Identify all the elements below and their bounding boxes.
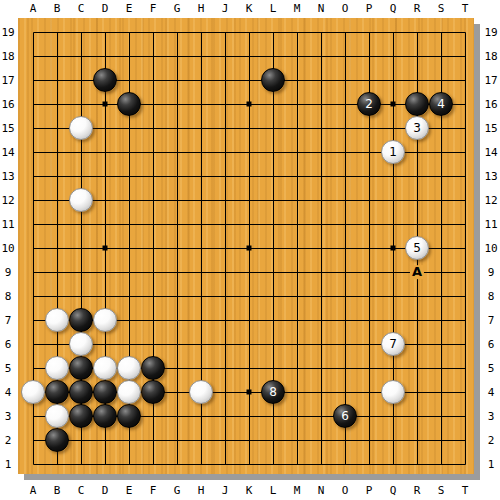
black-stone-O3[interactable]: 6	[333, 404, 357, 428]
white-stone-Q14[interactable]: 1	[381, 140, 405, 164]
star-point-K4	[247, 390, 252, 395]
column-label-top-G: G	[174, 3, 181, 14]
black-stone-D3[interactable]	[93, 404, 117, 428]
column-label-bottom-N: N	[318, 485, 325, 496]
move-number-label: 2	[365, 98, 373, 110]
black-stone-L4[interactable]: 8	[261, 380, 285, 404]
column-label-bottom-B: B	[54, 485, 61, 496]
column-label-bottom-T: T	[462, 485, 469, 496]
column-label-bottom-K: K	[246, 485, 253, 496]
row-label-left-10: 10	[1, 243, 14, 254]
move-number-label: 1	[389, 146, 397, 158]
black-stone-E16[interactable]	[117, 92, 141, 116]
white-stone-C15[interactable]	[69, 116, 93, 140]
column-label-top-R: R	[414, 3, 421, 14]
column-label-bottom-J: J	[222, 485, 229, 496]
white-stone-D5[interactable]	[93, 356, 117, 380]
row-label-left-19: 19	[1, 27, 14, 38]
star-point-Q10	[391, 246, 396, 251]
white-stone-E5[interactable]	[117, 356, 141, 380]
row-label-right-4: 4	[488, 387, 495, 398]
black-stone-F4[interactable]	[141, 380, 165, 404]
column-label-top-O: O	[342, 3, 349, 14]
go-board-app: ABCDEFGHJKLMNOPQRST ABCDEFGHJKLMNOPQRST …	[0, 0, 500, 500]
column-label-top-J: J	[222, 3, 229, 14]
column-label-bottom-O: O	[342, 485, 349, 496]
row-label-right-10: 10	[484, 243, 497, 254]
black-stone-C3[interactable]	[69, 404, 93, 428]
row-label-left-8: 8	[5, 291, 12, 302]
black-stone-C5[interactable]	[69, 356, 93, 380]
white-stone-A4[interactable]	[21, 380, 45, 404]
row-label-right-18: 18	[484, 51, 497, 62]
board-surface[interactable]: 24861357A	[18, 18, 474, 474]
row-label-left-14: 14	[1, 147, 14, 158]
column-label-top-Q: Q	[390, 3, 397, 14]
row-label-right-7: 7	[488, 315, 495, 326]
column-label-bottom-G: G	[174, 485, 181, 496]
white-stone-B5[interactable]	[45, 356, 69, 380]
row-label-right-15: 15	[484, 123, 497, 134]
row-label-left-1: 1	[5, 459, 12, 470]
row-label-left-5: 5	[5, 363, 12, 374]
row-label-left-18: 18	[1, 51, 14, 62]
star-point-Q16	[391, 102, 396, 107]
move-number-label: 6	[341, 410, 349, 422]
black-stone-D17[interactable]	[93, 68, 117, 92]
row-label-left-17: 17	[1, 75, 14, 86]
black-stone-D4[interactable]	[93, 380, 117, 404]
white-stone-D7[interactable]	[93, 308, 117, 332]
column-label-bottom-Q: Q	[390, 485, 397, 496]
row-label-right-19: 19	[484, 27, 497, 38]
black-stone-E3[interactable]	[117, 404, 141, 428]
column-label-top-K: K	[246, 3, 253, 14]
column-label-bottom-P: P	[366, 485, 373, 496]
black-stone-S16[interactable]: 4	[429, 92, 453, 116]
column-label-bottom-F: F	[150, 485, 157, 496]
black-stone-P16[interactable]: 2	[357, 92, 381, 116]
star-point-D16	[103, 102, 108, 107]
white-stone-B3[interactable]	[45, 404, 69, 428]
row-label-left-6: 6	[5, 339, 12, 350]
column-label-bottom-H: H	[198, 485, 205, 496]
white-stone-R10[interactable]: 5	[405, 236, 429, 260]
column-label-bottom-D: D	[102, 485, 109, 496]
black-stone-R16[interactable]	[405, 92, 429, 116]
column-label-top-D: D	[102, 3, 109, 14]
column-label-top-B: B	[54, 3, 61, 14]
white-stone-H4[interactable]	[189, 380, 213, 404]
row-label-right-1: 1	[488, 459, 495, 470]
column-label-bottom-M: M	[294, 485, 301, 496]
black-stone-L17[interactable]	[261, 68, 285, 92]
column-label-bottom-A: A	[30, 485, 37, 496]
row-label-left-7: 7	[5, 315, 12, 326]
white-stone-E4[interactable]	[117, 380, 141, 404]
row-label-right-13: 13	[484, 171, 497, 182]
column-label-top-F: F	[150, 3, 157, 14]
row-label-right-6: 6	[488, 339, 495, 350]
row-label-left-3: 3	[5, 411, 12, 422]
row-label-right-8: 8	[488, 291, 495, 302]
star-point-K16	[247, 102, 252, 107]
row-label-left-13: 13	[1, 171, 14, 182]
column-label-top-C: C	[78, 3, 85, 14]
row-label-left-16: 16	[1, 99, 14, 110]
black-stone-F5[interactable]	[141, 356, 165, 380]
row-label-right-16: 16	[484, 99, 497, 110]
move-number-label: 8	[269, 386, 277, 398]
row-label-left-15: 15	[1, 123, 14, 134]
row-label-right-3: 3	[488, 411, 495, 422]
move-number-label: 4	[437, 98, 445, 110]
black-stone-C7[interactable]	[69, 308, 93, 332]
column-label-top-T: T	[462, 3, 469, 14]
row-label-right-11: 11	[484, 219, 497, 230]
black-stone-B4[interactable]	[45, 380, 69, 404]
column-label-top-E: E	[126, 3, 133, 14]
row-label-left-12: 12	[1, 195, 14, 206]
row-label-left-2: 2	[5, 435, 12, 446]
white-stone-Q4[interactable]	[381, 380, 405, 404]
column-label-top-L: L	[270, 3, 277, 14]
row-label-left-9: 9	[5, 267, 12, 278]
star-point-D10	[103, 246, 108, 251]
column-label-bottom-S: S	[438, 485, 445, 496]
white-stone-R15[interactable]: 3	[405, 116, 429, 140]
row-label-right-5: 5	[488, 363, 495, 374]
row-label-right-2: 2	[488, 435, 495, 446]
white-stone-C12[interactable]	[69, 188, 93, 212]
column-label-top-A: A	[30, 3, 37, 14]
column-label-bottom-C: C	[78, 485, 85, 496]
row-label-left-11: 11	[1, 219, 14, 230]
column-label-bottom-L: L	[270, 485, 277, 496]
column-label-top-N: N	[318, 3, 325, 14]
move-number-label: 3	[413, 122, 421, 134]
white-stone-B7[interactable]	[45, 308, 69, 332]
row-label-right-17: 17	[484, 75, 497, 86]
column-label-bottom-R: R	[414, 485, 421, 496]
row-label-right-9: 9	[488, 267, 495, 278]
black-stone-B2[interactable]	[45, 428, 69, 452]
white-stone-C6[interactable]	[69, 332, 93, 356]
column-label-top-S: S	[438, 3, 445, 14]
annotation-A-R9[interactable]: A	[410, 265, 424, 279]
row-label-right-14: 14	[484, 147, 497, 158]
row-label-left-4: 4	[5, 387, 12, 398]
column-label-top-H: H	[198, 3, 205, 14]
move-number-label: 7	[389, 338, 397, 350]
column-label-top-M: M	[294, 3, 301, 14]
column-label-top-P: P	[366, 3, 373, 14]
row-label-right-12: 12	[484, 195, 497, 206]
white-stone-Q6[interactable]: 7	[381, 332, 405, 356]
black-stone-C4[interactable]	[69, 380, 93, 404]
star-point-K10	[247, 246, 252, 251]
move-number-label: 5	[413, 242, 421, 254]
column-label-bottom-E: E	[126, 485, 133, 496]
